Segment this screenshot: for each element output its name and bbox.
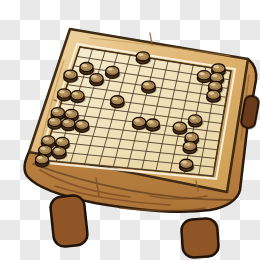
stone: [132, 117, 147, 130]
board-illustration: [0, 0, 260, 260]
stone: [173, 122, 188, 135]
stone: [142, 81, 157, 94]
stone: [110, 96, 125, 109]
stone: [48, 117, 63, 130]
stone: [64, 70, 79, 83]
stone: [62, 119, 77, 132]
stone: [188, 115, 203, 128]
stone: [105, 66, 120, 79]
stone: [136, 52, 151, 65]
stone: [35, 155, 50, 168]
front-right-leg: [181, 218, 220, 258]
stone: [80, 63, 95, 76]
stone: [52, 147, 67, 160]
stone: [146, 119, 161, 132]
stone: [207, 90, 222, 103]
stone: [75, 120, 90, 133]
stone: [179, 159, 194, 172]
stone: [183, 142, 198, 155]
transparency-canvas: [0, 0, 260, 260]
front-left-leg: [49, 194, 88, 247]
stone: [90, 74, 105, 87]
stone: [71, 91, 86, 104]
